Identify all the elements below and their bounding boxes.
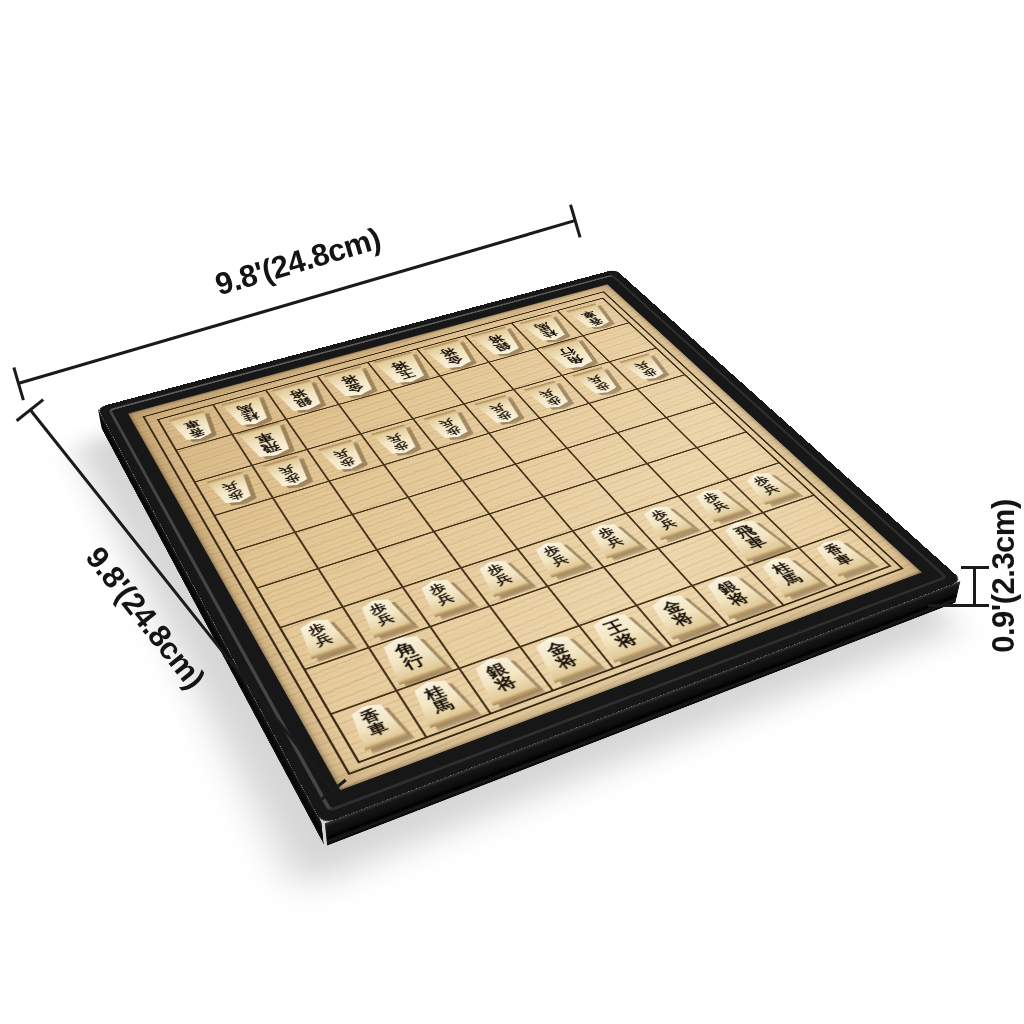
- piece-shadow: [589, 522, 650, 562]
- shogi-piece-knight-sente-89: 桂馬: [404, 674, 477, 729]
- shogi-piece-silver-sente-79: 銀将: [464, 651, 541, 707]
- shogi-piece-pawn-gote-83: 歩兵: [261, 455, 315, 491]
- shogi-piece-pawn-gote-23: 歩兵: [570, 367, 624, 398]
- piece-kanji-bottom: 兵: [549, 554, 571, 568]
- piece-shadow: [721, 517, 796, 564]
- piece-kanji-bottom: 将: [725, 590, 752, 607]
- piece-shadow: [534, 540, 595, 581]
- piece-shadow: [760, 555, 831, 601]
- shogi-piece-silver-sente-39: 銀将: [697, 570, 772, 619]
- piece-kanji-bottom: 馬: [779, 571, 804, 587]
- shogi-piece-pawn-sente-87: 歩兵: [352, 594, 414, 639]
- piece-kanji-bottom: 車: [579, 309, 598, 319]
- piece-kanji-bottom: 兵: [604, 535, 626, 549]
- piece-face: 銀将: [464, 651, 541, 707]
- shogi-piece-lance-gote-91: 香車: [167, 410, 220, 444]
- piece-shadow: [349, 701, 417, 754]
- piece-kanji-top: 歩: [306, 622, 328, 638]
- piece-face: 歩兵: [635, 502, 696, 541]
- piece-face: 歩兵: [527, 537, 588, 578]
- piece-kanji-top: 飛: [732, 524, 759, 540]
- product-photo-shogi-set: { "image_type": "product photo of a magn…: [0, 0, 1024, 1024]
- piece-kanji-top: 香: [358, 707, 383, 725]
- piece-face: 歩兵: [352, 594, 414, 639]
- piece-face: 銀将: [697, 570, 772, 619]
- piece-kanji-top: 歩: [368, 602, 390, 617]
- shogi-piece-silver-gote-31: 銀将: [469, 326, 528, 359]
- piece-shadow: [411, 677, 484, 732]
- thickness-dimension-label: 0.9'(2.3cm): [985, 436, 1023, 716]
- thickness-bracket-line: [973, 568, 976, 607]
- shogi-piece-bishop-gote-22: 角行: [539, 338, 601, 373]
- piece-kanji-bottom: 将: [553, 652, 581, 671]
- piece-shadow: [379, 632, 456, 688]
- piece-shadow: [471, 654, 548, 710]
- shogi-piece-pawn-gote-73: 歩兵: [316, 439, 370, 474]
- piece-kanji-top: 歩: [701, 492, 723, 505]
- piece-kanji-top: 歩: [596, 526, 618, 540]
- piece-kanji-top: 歩: [649, 509, 671, 522]
- shogi-piece-pawn-sente-77: 歩兵: [412, 575, 474, 618]
- piece-kanji-bottom: 将: [492, 673, 520, 693]
- piece-kanji-bottom: 将: [669, 610, 696, 628]
- piece-kanji-bottom: 馬: [430, 696, 456, 715]
- piece-kanji-top: 桂: [421, 684, 447, 703]
- piece-face: 歩兵: [291, 614, 353, 660]
- piece-kanji-top: 角: [392, 640, 419, 659]
- shogi-piece-pawn-gote-53: 歩兵: [421, 409, 475, 442]
- shogi-piece-rook-gote-82: 飛車: [235, 422, 299, 462]
- shogi-board: 香車桂馬銀将金将玉将金将銀将桂馬香車飛車角行歩兵歩兵歩兵歩兵歩兵歩兵歩兵歩兵歩兵…: [97, 269, 962, 824]
- piece-shadow: [642, 504, 703, 543]
- shogi-piece-lance-gote-11: 香車: [565, 303, 617, 331]
- shogi-board-scene: 香車桂馬銀将金将玉将金将銀将桂馬香車飛車角行歩兵歩兵歩兵歩兵歩兵歩兵歩兵歩兵歩兵…: [0, 0, 1024, 1024]
- piece-kanji-bottom: 将: [611, 630, 640, 650]
- piece-kanji-bottom: 車: [365, 719, 390, 738]
- piece-kanji-bottom: 兵: [434, 592, 456, 607]
- piece-kanji-bottom: 兵: [710, 500, 732, 513]
- piece-shadow: [297, 617, 359, 663]
- piece-shadow: [649, 592, 725, 643]
- piece-kanji-top: 金: [659, 599, 686, 617]
- piece-shadow: [815, 538, 881, 580]
- piece-kanji-top: 王: [601, 618, 630, 637]
- piece-face: 歩兵: [471, 556, 532, 598]
- piece-kanji-top: 歩: [541, 544, 563, 558]
- piece-kanji-top: 歩: [485, 563, 507, 577]
- piece-kanji-bottom: 車: [742, 534, 769, 550]
- piece-kanji-bottom: 兵: [492, 572, 514, 587]
- shogi-piece-pawn-gote-43: 歩兵: [472, 395, 526, 427]
- piece-face: 歩兵: [687, 485, 748, 523]
- piece-face: 歩兵: [582, 519, 643, 559]
- shogi-piece-pawn-sente-17: 歩兵: [738, 469, 798, 506]
- piece-face: 桂馬: [404, 674, 477, 729]
- piece-kanji-top: 桂: [769, 560, 794, 576]
- shogi-piece-pawn-sente-57: 歩兵: [527, 537, 588, 578]
- piece-kanji-top: 歩: [427, 582, 449, 597]
- shogi-piece-pawn-gote-63: 歩兵: [369, 424, 423, 458]
- shogi-piece-gold-sente-49: 金将: [641, 590, 716, 641]
- piece-kanji-bottom: 行: [400, 652, 428, 672]
- piece-shadow: [477, 558, 539, 600]
- shogi-piece-pawn-sente-37: 歩兵: [635, 502, 696, 541]
- piece-kanji-top: 銀: [714, 579, 741, 596]
- piece-kanji-bottom: 兵: [374, 612, 396, 627]
- piece-face: 歩兵: [412, 575, 474, 618]
- shogi-piece-knight-gote-21: 桂馬: [517, 314, 572, 344]
- shogi-piece-gold-gote-41: 金将: [421, 339, 480, 373]
- thickness-bracket-tick-bottom: [928, 604, 989, 607]
- piece-shadow: [419, 577, 481, 620]
- shogi-piece-silver-gote-71: 銀将: [270, 379, 329, 415]
- shogi-piece-pawn-gote-33: 歩兵: [522, 380, 576, 411]
- piece-kanji-bottom: 車: [832, 552, 856, 567]
- piece-kanji-top: 香: [822, 543, 846, 557]
- shogi-piece-pawn-sente-67: 歩兵: [471, 556, 532, 598]
- piece-kanji-bottom: 兵: [760, 483, 782, 496]
- piece-face: 金将: [641, 590, 716, 641]
- shogi-piece-pawn-sente-27: 歩兵: [687, 485, 748, 523]
- shogi-piece-pawn-gote-13: 歩兵: [618, 353, 671, 383]
- shogi-piece-pawn-sente-97: 歩兵: [291, 614, 353, 660]
- shogi-piece-king-sente-59: 王将: [582, 608, 662, 664]
- piece-kanji-bottom: 兵: [658, 517, 680, 530]
- shogi-piece-pawn-sente-47: 歩兵: [582, 519, 643, 559]
- piece-shadow: [359, 597, 421, 642]
- shogi-piece-gold-gote-61: 金将: [322, 365, 381, 400]
- piece-shadow: [704, 573, 779, 623]
- piece-kanji-bottom: 兵: [313, 632, 336, 648]
- piece-face: 王将: [582, 608, 662, 664]
- piece-shadow: [589, 611, 670, 667]
